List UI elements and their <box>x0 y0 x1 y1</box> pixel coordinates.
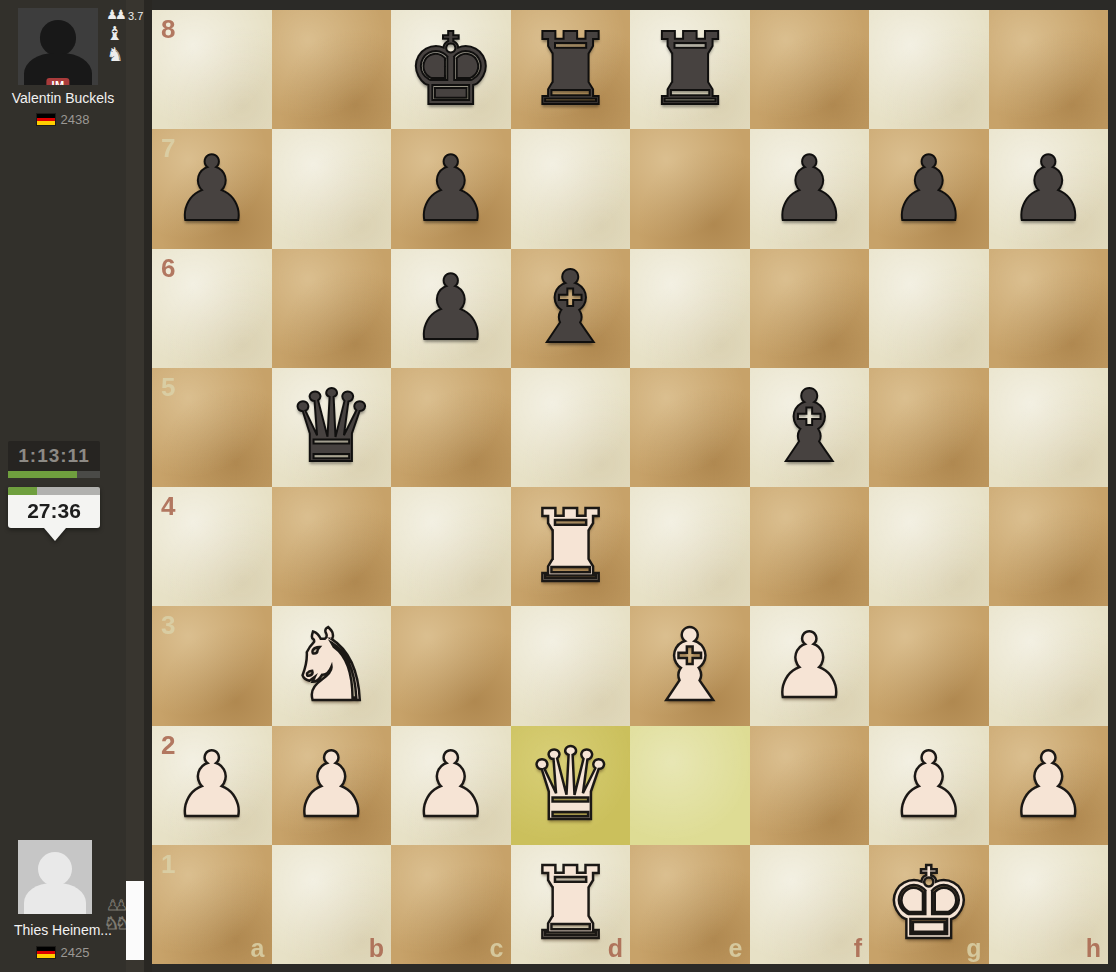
square-h6[interactable] <box>989 249 1109 368</box>
file-label-e: e <box>729 934 743 963</box>
sidebar: IM Valentin Buckels 2438 1:13:11 27:36 G… <box>0 0 126 972</box>
square-g7[interactable]: ♟ <box>869 129 989 248</box>
top-player-rating-row: 2438 <box>0 112 126 127</box>
app-window: IM Valentin Buckels 2438 1:13:11 27:36 G… <box>0 0 1116 972</box>
captured-black-knight-icon: ♞♞ <box>104 915 126 932</box>
black-clock-time: 1:13:11 <box>8 441 100 471</box>
chess-board[interactable]: 8♚♜♜7♟♟♟♟♟6♟♝5♛♝4♜3♞♝♟2♟♟♟♛♟♟1abcd♜efg♚h <box>152 10 1108 964</box>
captured-white-pieces: ♟♟♝♞ <box>102 8 128 66</box>
file-label-a: a <box>251 934 265 963</box>
square-g3[interactable] <box>869 606 989 725</box>
square-a3[interactable]: 3 <box>152 606 272 725</box>
top-player-name: Valentin Buckels <box>0 90 126 106</box>
square-b6[interactable] <box>272 249 392 368</box>
square-e1[interactable]: e <box>630 845 750 964</box>
square-c8[interactable]: ♚ <box>391 10 511 129</box>
square-c4[interactable] <box>391 487 511 606</box>
square-a1[interactable]: 1a <box>152 845 272 964</box>
square-e8[interactable]: ♜ <box>630 10 750 129</box>
square-d1[interactable]: d♜ <box>511 845 631 964</box>
square-b1[interactable]: b <box>272 845 392 964</box>
square-f6[interactable] <box>750 249 870 368</box>
square-h2[interactable]: ♟ <box>989 726 1109 845</box>
white-clock-time: 27:36 <box>8 495 100 528</box>
active-clock-pointer-icon <box>44 528 66 541</box>
square-a6[interactable]: 6 <box>152 249 272 368</box>
captured-white-pawn-icon: ♟♟ <box>106 8 123 21</box>
avatar-silhouette-icon <box>24 883 86 914</box>
square-g5[interactable] <box>869 368 989 487</box>
black-clock-progressbar <box>8 471 100 478</box>
file-label-f: f <box>854 934 862 963</box>
piece-white-pawn-c2[interactable]: ♟ <box>391 726 511 845</box>
square-f2[interactable] <box>750 726 870 845</box>
square-d8[interactable]: ♜ <box>511 10 631 129</box>
square-b2[interactable]: ♟ <box>272 726 392 845</box>
square-f5[interactable]: ♝ <box>750 368 870 487</box>
square-b4[interactable] <box>272 487 392 606</box>
piece-white-rook-d1[interactable]: ♜ <box>511 845 631 964</box>
square-a7[interactable]: 7♟ <box>152 129 272 248</box>
piece-black-rook-d8[interactable]: ♜ <box>511 10 631 129</box>
white-clock-progressbar <box>8 487 100 495</box>
bottom-player-rating-row: 2425 <box>0 945 126 960</box>
piece-black-pawn-h7[interactable]: ♟ <box>989 129 1109 248</box>
square-e6[interactable] <box>630 249 750 368</box>
square-f4[interactable] <box>750 487 870 606</box>
piece-white-king-g1[interactable]: ♚ <box>869 845 989 964</box>
square-f7[interactable]: ♟ <box>750 129 870 248</box>
square-h5[interactable] <box>989 368 1109 487</box>
captured-black-pawn-icon: ♟♟ <box>106 898 123 912</box>
piece-white-rook-d4[interactable]: ♜ <box>511 487 631 606</box>
square-c6[interactable]: ♟ <box>391 249 511 368</box>
top-player-avatar: IM <box>18 8 98 85</box>
square-h8[interactable] <box>989 10 1109 129</box>
square-h3[interactable] <box>989 606 1109 725</box>
germany-flag-icon <box>37 114 55 125</box>
square-c7[interactable]: ♟ <box>391 129 511 248</box>
square-g1[interactable]: g♚ <box>869 845 989 964</box>
rank-label-6: 6 <box>161 253 175 284</box>
file-label-c: c <box>490 934 504 963</box>
square-e5[interactable] <box>630 368 750 487</box>
evaluation-bar-track <box>126 0 144 972</box>
square-b7[interactable] <box>272 129 392 248</box>
rank-label-1: 1 <box>161 849 175 880</box>
piece-black-bishop-f5[interactable]: ♝ <box>750 368 870 487</box>
square-h7[interactable]: ♟ <box>989 129 1109 248</box>
captured-white-knight-icon: ♞ <box>106 45 123 64</box>
square-g6[interactable] <box>869 249 989 368</box>
piece-white-pawn-a2[interactable]: ♟ <box>152 726 272 845</box>
file-label-b: b <box>369 934 384 963</box>
piece-white-pawn-h2[interactable]: ♟ <box>989 726 1109 845</box>
square-d2[interactable]: ♛ <box>511 726 631 845</box>
square-c1[interactable]: c <box>391 845 511 964</box>
square-b8[interactable] <box>272 10 392 129</box>
file-label-h: h <box>1086 934 1101 963</box>
piece-white-pawn-b2[interactable]: ♟ <box>272 726 392 845</box>
piece-black-king-c8[interactable]: ♚ <box>391 10 511 129</box>
top-player-title-badge: IM <box>46 78 69 85</box>
square-e7[interactable] <box>630 129 750 248</box>
square-d3[interactable] <box>511 606 631 725</box>
square-b5[interactable]: ♛ <box>272 368 392 487</box>
square-a4[interactable]: 4 <box>152 487 272 606</box>
avatar-silhouette-icon <box>38 852 72 886</box>
piece-black-pawn-a7[interactable]: ♟ <box>152 129 272 248</box>
piece-black-pawn-f7[interactable]: ♟ <box>750 129 870 248</box>
square-d6[interactable]: ♝ <box>511 249 631 368</box>
bottom-player-rating: 2425 <box>61 945 90 960</box>
piece-black-rook-e8[interactable]: ♜ <box>630 10 750 129</box>
square-d7[interactable] <box>511 129 631 248</box>
piece-black-pawn-g7[interactable]: ♟ <box>869 129 989 248</box>
evaluation-value: 3.7 <box>128 10 154 22</box>
piece-white-pawn-f3[interactable]: ♟ <box>750 606 870 725</box>
avatar-silhouette-icon <box>40 20 77 55</box>
black-clock: 1:13:11 <box>8 441 100 478</box>
white-clock-active: 27:36 <box>8 487 100 528</box>
square-f1[interactable]: f <box>750 845 870 964</box>
rank-label-3: 3 <box>161 610 175 641</box>
rank-label-8: 8 <box>161 14 175 45</box>
square-e4[interactable] <box>630 487 750 606</box>
piece-black-bishop-d6[interactable]: ♝ <box>511 249 631 368</box>
square-g4[interactable] <box>869 487 989 606</box>
bottom-player-avatar: GM <box>18 840 92 914</box>
captured-white-bishop-icon: ♝ <box>106 24 123 43</box>
square-d4[interactable]: ♜ <box>511 487 631 606</box>
top-player-rating: 2438 <box>61 112 90 127</box>
rank-label-5: 5 <box>161 372 175 403</box>
square-c5[interactable] <box>391 368 511 487</box>
square-c3[interactable] <box>391 606 511 725</box>
square-a8[interactable]: 8 <box>152 10 272 129</box>
sidebar-board-divider <box>144 0 152 972</box>
square-g2[interactable]: ♟ <box>869 726 989 845</box>
piece-white-bishop-e3[interactable]: ♝ <box>630 606 750 725</box>
square-a2[interactable]: 2♟ <box>152 726 272 845</box>
piece-black-queen-b5[interactable]: ♛ <box>272 368 392 487</box>
piece-white-knight-b3[interactable]: ♞ <box>272 606 392 725</box>
square-e2[interactable] <box>630 726 750 845</box>
square-d5[interactable] <box>511 368 631 487</box>
square-a5[interactable]: 5 <box>152 368 272 487</box>
evaluation-bar-white-segment <box>126 881 144 960</box>
square-h4[interactable] <box>989 487 1109 606</box>
square-b3[interactable]: ♞ <box>272 606 392 725</box>
square-g8[interactable] <box>869 10 989 129</box>
square-h1[interactable]: h <box>989 845 1109 964</box>
square-e3[interactable]: ♝ <box>630 606 750 725</box>
piece-black-pawn-c6[interactable]: ♟ <box>391 249 511 368</box>
square-f3[interactable]: ♟ <box>750 606 870 725</box>
square-c2[interactable]: ♟ <box>391 726 511 845</box>
piece-white-queen-d2[interactable]: ♛ <box>511 726 631 845</box>
germany-flag-icon <box>37 947 55 958</box>
rank-label-4: 4 <box>161 491 175 522</box>
square-f8[interactable] <box>750 10 870 129</box>
piece-white-pawn-g2[interactable]: ♟ <box>869 726 989 845</box>
piece-black-pawn-c7[interactable]: ♟ <box>391 129 511 248</box>
